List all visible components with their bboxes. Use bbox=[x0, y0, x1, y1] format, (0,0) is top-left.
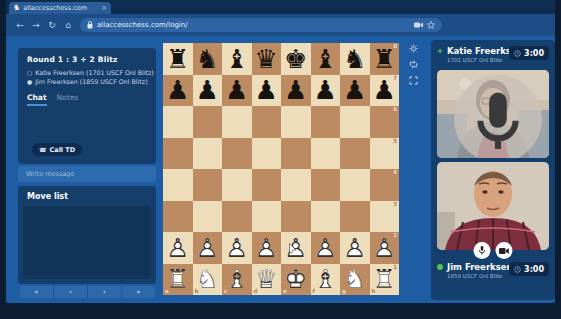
tab-notes[interactable]: Notes bbox=[57, 93, 79, 106]
bottom-player-video[interactable] bbox=[437, 162, 549, 250]
rank-coordinate: 3 bbox=[393, 202, 397, 208]
message-placeholder: Write message bbox=[26, 170, 74, 178]
square-c1[interactable]: c♝♗ bbox=[222, 264, 252, 296]
white-queen[interactable]: ♛♕ bbox=[252, 264, 282, 296]
square-b6[interactable] bbox=[193, 106, 223, 138]
mouse-cursor bbox=[289, 243, 297, 254]
rank-coordinate: 5 bbox=[393, 139, 397, 145]
black-king[interactable]: ♚ bbox=[281, 43, 311, 75]
white-color-bullet: ○ bbox=[27, 70, 32, 76]
black-bishop[interactable]: ♝ bbox=[311, 43, 341, 75]
white-player-line: ○ Katie Freerksen (1701 USCF Onl Blitz) bbox=[27, 69, 147, 76]
white-rook[interactable]: ♜♖ bbox=[163, 264, 193, 296]
reload-icon[interactable]: ↻ bbox=[44, 20, 60, 30]
square-e6[interactable] bbox=[281, 106, 311, 138]
black-pawn[interactable]: ♟ bbox=[370, 75, 400, 107]
square-h5[interactable]: 5 bbox=[370, 138, 400, 170]
mic-icon bbox=[478, 245, 487, 256]
tab-chat[interactable]: Chat bbox=[27, 93, 47, 106]
game-info-chat-panel: Round 1 : 3 + 2 Blitz ○ Katie Freerksen … bbox=[18, 48, 156, 164]
call-td-button[interactable]: ☎ Call TD bbox=[32, 143, 82, 156]
square-c7[interactable]: ♟ bbox=[222, 75, 252, 107]
prev-move-button[interactable]: ‹ bbox=[54, 286, 88, 298]
clock-icon bbox=[514, 50, 521, 57]
video-panel: Katie Freerksen 1701 USCF Onl Blitz 3:00 bbox=[431, 40, 555, 300]
square-g6[interactable] bbox=[340, 106, 370, 138]
settings-gear-icon[interactable] bbox=[409, 44, 418, 53]
white-knight[interactable]: ♞♘ bbox=[340, 264, 370, 296]
square-d3[interactable] bbox=[252, 201, 282, 233]
next-move-button[interactable]: › bbox=[88, 286, 122, 298]
square-g2[interactable]: ♟♙ bbox=[340, 232, 370, 264]
rank-coordinate: 4 bbox=[393, 170, 397, 176]
bottom-player-clock: 3:00 bbox=[509, 262, 549, 276]
bookmark-star-icon[interactable] bbox=[427, 21, 435, 29]
square-g7[interactable]: ♟ bbox=[340, 75, 370, 107]
square-c5[interactable] bbox=[222, 138, 252, 170]
chat-tabs: Chat Notes bbox=[27, 93, 147, 106]
black-rook[interactable]: ♜ bbox=[370, 43, 400, 75]
square-a3[interactable] bbox=[163, 201, 193, 233]
tab-title: allaccesschess.com bbox=[23, 4, 98, 12]
rank-coordinate: 6 bbox=[393, 107, 397, 113]
square-c4[interactable] bbox=[222, 169, 252, 201]
browser-tabstrip: ♞ allaccesschess.com × bbox=[6, 0, 555, 14]
square-h4[interactable]: 4 bbox=[370, 169, 400, 201]
online-star-icon bbox=[437, 48, 443, 54]
video-call-icon[interactable] bbox=[414, 22, 423, 28]
square-g3[interactable] bbox=[340, 201, 370, 233]
flip-board-icon[interactable] bbox=[409, 60, 418, 69]
white-pawn[interactable]: ♟♙ bbox=[163, 232, 193, 264]
move-list-panel: Move list bbox=[18, 186, 156, 284]
black-pawn[interactable]: ♟ bbox=[311, 75, 341, 107]
square-f7[interactable]: ♟ bbox=[311, 75, 341, 107]
square-a2[interactable]: ♟♙ bbox=[163, 232, 193, 264]
black-bishop[interactable]: ♝ bbox=[222, 43, 252, 75]
white-rook[interactable]: ♜♖ bbox=[370, 264, 400, 296]
square-a7[interactable]: ♟ bbox=[163, 75, 193, 107]
square-a5[interactable] bbox=[163, 138, 193, 170]
square-g1[interactable]: g♞♘ bbox=[340, 264, 370, 296]
square-b4[interactable] bbox=[193, 169, 223, 201]
square-b3[interactable] bbox=[193, 201, 223, 233]
square-b1[interactable]: b♞♘ bbox=[193, 264, 223, 296]
square-h1[interactable]: 1h♜♖ bbox=[370, 264, 400, 296]
white-pawn[interactable]: ♟♙ bbox=[311, 232, 341, 264]
square-h6[interactable]: 6 bbox=[370, 106, 400, 138]
square-g4[interactable] bbox=[340, 169, 370, 201]
black-pawn[interactable]: ♟ bbox=[163, 75, 193, 107]
square-d1[interactable]: d♛♕ bbox=[252, 264, 282, 296]
black-player-line: ● Jim Freerksen (1859 USCF Onl Blitz) bbox=[27, 78, 147, 85]
square-d4[interactable] bbox=[252, 169, 282, 201]
chat-message-input[interactable]: Write message bbox=[18, 166, 156, 182]
bottom-player-name: Jim Freerksen bbox=[447, 262, 513, 272]
square-h2[interactable]: 2♟♙ bbox=[370, 232, 400, 264]
square-e3[interactable] bbox=[281, 201, 311, 233]
white-pawn[interactable]: ♟♙ bbox=[340, 232, 370, 264]
black-knight[interactable]: ♞ bbox=[193, 43, 223, 75]
first-move-button[interactable]: « bbox=[20, 286, 54, 298]
black-queen[interactable]: ♛ bbox=[252, 43, 282, 75]
back-icon[interactable]: ← bbox=[12, 20, 28, 30]
bottom-player-row: Jim Freerksen 1859 USCF Onl Blitz 3:00 bbox=[437, 262, 549, 284]
square-a6[interactable] bbox=[163, 106, 193, 138]
square-d6[interactable] bbox=[252, 106, 282, 138]
av-controls bbox=[474, 242, 513, 259]
online-dot-icon bbox=[437, 264, 443, 270]
black-pawn[interactable]: ♟ bbox=[252, 75, 282, 107]
fullscreen-expand-icon[interactable] bbox=[409, 76, 418, 85]
browser-window: ♞ allaccesschess.com × ← → ↻ ⌂ allaccess… bbox=[6, 0, 555, 303]
black-rook[interactable]: ♜ bbox=[163, 43, 193, 75]
move-list-area[interactable] bbox=[23, 206, 151, 279]
black-player-label: Jim Freerksen (1859 USCF Onl Blitz) bbox=[35, 78, 147, 85]
square-d8[interactable]: ♛ bbox=[252, 43, 282, 75]
chess-board[interactable]: ♜♞♝♛♚♝♞8♜♟♟♟♟♟♟♟7♟6543♟♙♟♙♟♙♟♙♟♙♟♙♟♙2♟♙a… bbox=[163, 43, 399, 295]
square-f5[interactable] bbox=[311, 138, 341, 170]
white-bishop[interactable]: ♝♗ bbox=[311, 264, 341, 296]
mute-mic-button[interactable] bbox=[474, 242, 491, 259]
white-pawn[interactable]: ♟♙ bbox=[252, 232, 282, 264]
round-label: Round 1 : 3 + 2 Blitz bbox=[27, 55, 147, 64]
white-pawn[interactable]: ♟♙ bbox=[370, 232, 400, 264]
top-video-mic-icon bbox=[442, 75, 549, 158]
square-b8[interactable]: ♞ bbox=[193, 43, 223, 75]
url-text: allaccesschess.com/login/ bbox=[97, 21, 410, 29]
black-knight[interactable]: ♞ bbox=[340, 43, 370, 75]
camera-toggle-button[interactable] bbox=[496, 242, 513, 259]
top-player-video[interactable] bbox=[437, 70, 549, 158]
last-move-button[interactable]: » bbox=[122, 286, 155, 298]
square-b7[interactable]: ♟ bbox=[193, 75, 223, 107]
black-color-bullet: ● bbox=[27, 79, 32, 85]
clock-icon bbox=[514, 266, 521, 273]
white-king[interactable]: ♚♔ bbox=[281, 264, 311, 296]
site-favicon-knight-icon: ♞ bbox=[13, 4, 20, 12]
square-a4[interactable] bbox=[163, 169, 193, 201]
white-knight[interactable]: ♞♘ bbox=[193, 264, 223, 296]
square-f6[interactable] bbox=[311, 106, 341, 138]
desktop-background bbox=[0, 303, 561, 319]
square-e5[interactable] bbox=[281, 138, 311, 170]
square-a1[interactable]: a♜♖ bbox=[163, 264, 193, 296]
square-f4[interactable] bbox=[311, 169, 341, 201]
black-pawn[interactable]: ♟ bbox=[193, 75, 223, 107]
square-f3[interactable] bbox=[311, 201, 341, 233]
move-nav-row: « ‹ › » bbox=[20, 286, 155, 298]
black-pawn[interactable]: ♟ bbox=[281, 75, 311, 107]
square-c3[interactable] bbox=[222, 201, 252, 233]
board-tools bbox=[405, 44, 421, 85]
browser-address-bar: ← → ↻ ⌂ allaccesschess.com/login/ bbox=[6, 14, 555, 36]
forward-icon[interactable]: → bbox=[28, 20, 44, 30]
move-list-title: Move list bbox=[27, 192, 147, 201]
square-e4[interactable] bbox=[281, 169, 311, 201]
black-pawn[interactable]: ♟ bbox=[340, 75, 370, 107]
home-icon[interactable]: ⌂ bbox=[60, 20, 76, 30]
white-player-label: Katie Freerksen (1701 USCF Onl Blitz) bbox=[35, 69, 154, 76]
lock-icon bbox=[87, 21, 93, 29]
square-c2[interactable]: ♟♙ bbox=[222, 232, 252, 264]
square-h3[interactable]: 3 bbox=[370, 201, 400, 233]
square-f8[interactable]: ♝ bbox=[311, 43, 341, 75]
square-f1[interactable]: f♝♗ bbox=[311, 264, 341, 296]
camera-icon bbox=[499, 247, 510, 255]
square-f2[interactable]: ♟♙ bbox=[311, 232, 341, 264]
bottom-player-webcam-image bbox=[437, 162, 549, 250]
square-c6[interactable] bbox=[222, 106, 252, 138]
square-a8[interactable]: ♜ bbox=[163, 43, 193, 75]
black-pawn[interactable]: ♟ bbox=[222, 75, 252, 107]
square-d7[interactable]: ♟ bbox=[252, 75, 282, 107]
phone-icon: ☎ bbox=[39, 147, 46, 153]
square-e7[interactable]: ♟ bbox=[281, 75, 311, 107]
white-pawn[interactable]: ♟♙ bbox=[193, 232, 223, 264]
square-b2[interactable]: ♟♙ bbox=[193, 232, 223, 264]
tab-close-icon[interactable]: × bbox=[101, 5, 107, 12]
square-h7[interactable]: 7♟ bbox=[370, 75, 400, 107]
white-bishop[interactable]: ♝♗ bbox=[222, 264, 252, 296]
square-e8[interactable]: ♚ bbox=[281, 43, 311, 75]
top-player-row: Katie Freerksen 1701 USCF Onl Blitz 3:00 bbox=[437, 46, 549, 68]
square-h8[interactable]: 8♜ bbox=[370, 43, 400, 75]
top-player-clock: 3:00 bbox=[509, 46, 549, 60]
square-b5[interactable] bbox=[193, 138, 223, 170]
square-d5[interactable] bbox=[252, 138, 282, 170]
square-e1[interactable]: e♚♔ bbox=[281, 264, 311, 296]
bottom-player-rating: 1859 USCF Onl Blitz bbox=[447, 273, 513, 279]
square-g5[interactable] bbox=[340, 138, 370, 170]
browser-tab[interactable]: ♞ allaccesschess.com × bbox=[9, 2, 111, 14]
square-g8[interactable]: ♞ bbox=[340, 43, 370, 75]
square-d2[interactable]: ♟♙ bbox=[252, 232, 282, 264]
white-pawn[interactable]: ♟♙ bbox=[222, 232, 252, 264]
url-field[interactable]: allaccesschess.com/login/ bbox=[80, 18, 442, 32]
square-c8[interactable]: ♝ bbox=[222, 43, 252, 75]
